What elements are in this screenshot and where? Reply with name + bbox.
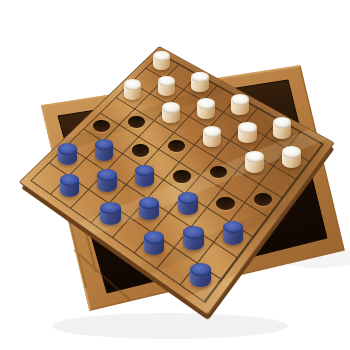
board-hole[interactable]: [168, 140, 185, 152]
blue-peg[interactable]: [135, 165, 154, 188]
board-hole[interactable]: [216, 197, 234, 210]
board-hole[interactable]: [210, 166, 228, 179]
scene: [0, 0, 350, 350]
blue-peg[interactable]: [139, 197, 159, 220]
peg-top: [58, 143, 77, 155]
peg-top: [139, 197, 159, 209]
board-hole[interactable]: [93, 120, 110, 132]
blue-peg[interactable]: [190, 263, 211, 288]
white-peg[interactable]: [158, 76, 176, 96]
peg-top: [183, 226, 204, 239]
peg-top: [203, 126, 222, 137]
white-peg[interactable]: [245, 151, 264, 173]
blue-peg[interactable]: [223, 221, 244, 245]
peg-top: [231, 94, 249, 105]
white-peg[interactable]: [238, 122, 257, 143]
blue-peg[interactable]: [97, 169, 117, 192]
white-peg[interactable]: [203, 126, 222, 148]
blue-peg[interactable]: [100, 202, 120, 225]
white-peg[interactable]: [282, 146, 301, 168]
peg-top: [60, 174, 80, 186]
blue-peg[interactable]: [60, 174, 80, 197]
board-hole[interactable]: [254, 193, 272, 206]
peg-top: [191, 72, 209, 83]
board-hole[interactable]: [173, 170, 191, 183]
white-peg[interactable]: [191, 72, 209, 92]
peg-top: [282, 146, 301, 158]
white-peg[interactable]: [162, 102, 180, 123]
pieces-layer: [0, 0, 350, 350]
blue-peg[interactable]: [178, 192, 198, 215]
peg-top: [178, 192, 198, 204]
peg-top: [190, 263, 211, 276]
blue-peg[interactable]: [144, 231, 165, 255]
blue-peg[interactable]: [58, 143, 77, 165]
peg-top: [197, 98, 215, 109]
board-hole[interactable]: [132, 144, 149, 156]
white-peg[interactable]: [273, 117, 291, 138]
peg-top: [238, 122, 257, 133]
white-peg[interactable]: [231, 94, 249, 115]
blue-peg[interactable]: [183, 226, 204, 250]
board-hole[interactable]: [128, 116, 145, 128]
white-peg[interactable]: [197, 98, 215, 119]
peg-top: [97, 169, 117, 181]
white-peg[interactable]: [124, 79, 142, 100]
white-peg[interactable]: [153, 51, 170, 71]
blue-peg[interactable]: [95, 139, 114, 161]
peg-top: [158, 76, 176, 87]
peg-top: [100, 202, 120, 214]
